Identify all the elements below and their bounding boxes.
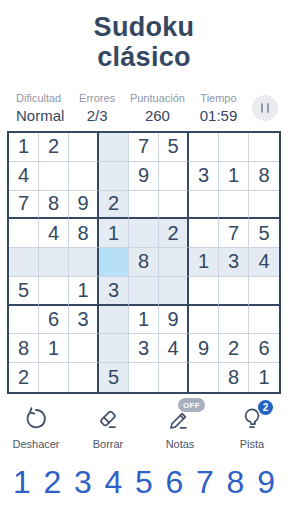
stat-score-value: 260	[145, 107, 170, 124]
cell-r7c9[interactable]	[249, 306, 279, 335]
cell-r6c2[interactable]	[39, 277, 69, 306]
numpad-7[interactable]: 7	[196, 465, 214, 499]
stat-difficulty-value: Normal	[16, 107, 64, 124]
cell-r9c9[interactable]: 1	[249, 363, 279, 392]
cell-r2c8[interactable]: 1	[219, 162, 249, 191]
cell-r1c1[interactable]: 1	[9, 133, 39, 162]
cell-r5c8[interactable]: 3	[219, 248, 249, 277]
cell-r6c6[interactable]	[159, 277, 189, 306]
stat-difficulty: Dificultad Normal	[16, 92, 64, 124]
cell-r3c3[interactable]: 9	[69, 191, 99, 220]
cell-r4c7[interactable]	[189, 219, 219, 248]
title-line-2: clásico	[0, 42, 288, 72]
cell-r8c1[interactable]: 8	[9, 334, 39, 363]
cell-r5c5[interactable]: 8	[129, 248, 159, 277]
cell-r4c3[interactable]: 8	[69, 219, 99, 248]
cell-r4c5[interactable]	[129, 219, 159, 248]
numpad-9[interactable]: 9	[257, 465, 275, 499]
stat-time-value: 01:59	[200, 107, 238, 124]
cell-r4c1[interactable]	[9, 219, 39, 248]
cell-r7c3[interactable]: 3	[69, 306, 99, 335]
cell-r2c6[interactable]	[159, 162, 189, 191]
notes-button[interactable]: OFF Notas	[144, 406, 216, 450]
stat-errors-label: Errores	[79, 92, 115, 104]
stat-errors-value: 2/3	[87, 107, 108, 124]
page-title: Sudoku clásico	[0, 0, 288, 72]
cell-r6c4[interactable]: 3	[99, 277, 129, 306]
cell-r3c9[interactable]	[249, 191, 279, 220]
cell-r8c7[interactable]: 9	[189, 334, 219, 363]
stat-score: Puntuación 260	[130, 92, 185, 124]
cell-r7c6[interactable]: 9	[159, 306, 189, 335]
cell-r7c2[interactable]: 6	[39, 306, 69, 335]
cell-r4c9[interactable]: 5	[249, 219, 279, 248]
cell-r5c4[interactable]	[99, 248, 129, 277]
cell-r9c7[interactable]	[189, 363, 219, 392]
pause-icon	[261, 103, 264, 113]
hint-count-badge: 2	[258, 400, 273, 415]
cell-r5c9[interactable]: 4	[249, 248, 279, 277]
title-line-1: Sudoku	[0, 12, 288, 42]
cell-r1c5[interactable]: 7	[129, 133, 159, 162]
cell-r1c6[interactable]: 5	[159, 133, 189, 162]
hint-button[interactable]: 2 Pista	[216, 406, 288, 450]
cell-r8c4[interactable]	[99, 334, 129, 363]
cell-r3c1[interactable]: 7	[9, 191, 39, 220]
cell-r1c7[interactable]	[189, 133, 219, 162]
numpad-8[interactable]: 8	[227, 465, 245, 499]
cell-r6c7[interactable]	[189, 277, 219, 306]
cell-r1c9[interactable]	[249, 133, 279, 162]
stat-errors: Errores 2/3	[79, 92, 115, 124]
cell-r3c6[interactable]	[159, 191, 189, 220]
cell-r2c1[interactable]: 4	[9, 162, 39, 191]
notes-off-badge: OFF	[178, 398, 205, 412]
cell-r8c8[interactable]: 2	[219, 334, 249, 363]
pause-icon	[267, 103, 270, 113]
numpad-1[interactable]: 1	[13, 465, 31, 499]
numpad-6[interactable]: 6	[166, 465, 184, 499]
cell-r5c7[interactable]: 1	[189, 248, 219, 277]
numpad-5[interactable]: 5	[135, 465, 153, 499]
cell-r3c5[interactable]	[129, 191, 159, 220]
cell-r2c9[interactable]: 8	[249, 162, 279, 191]
cell-r4c4[interactable]: 1	[99, 219, 129, 248]
notes-label: Notas	[166, 438, 195, 450]
cell-r9c3[interactable]	[69, 363, 99, 392]
cell-r6c5[interactable]	[129, 277, 159, 306]
cell-r2c3[interactable]	[69, 162, 99, 191]
stats-bar: Dificultad Normal Errores 2/3 Puntuación…	[0, 92, 288, 124]
stat-time: Tiempo 01:59	[200, 92, 238, 124]
cell-r5c6[interactable]	[159, 248, 189, 277]
cell-r8c2[interactable]: 1	[39, 334, 69, 363]
bulb-icon: 2	[239, 406, 265, 432]
eraser-icon	[95, 406, 121, 432]
cell-r7c5[interactable]: 1	[129, 306, 159, 335]
pause-button[interactable]	[252, 95, 278, 121]
numpad-4[interactable]: 4	[105, 465, 123, 499]
cell-r2c7[interactable]: 3	[189, 162, 219, 191]
pencil-icon: OFF	[167, 406, 193, 432]
cell-r9c6[interactable]	[159, 363, 189, 392]
cell-r4c2[interactable]: 4	[39, 219, 69, 248]
cell-r8c3[interactable]	[69, 334, 99, 363]
cell-r7c8[interactable]	[219, 306, 249, 335]
cell-r2c4[interactable]	[99, 162, 129, 191]
stat-time-label: Tiempo	[200, 92, 236, 104]
cell-r3c8[interactable]	[219, 191, 249, 220]
cell-r3c2[interactable]: 8	[39, 191, 69, 220]
cell-r1c4[interactable]	[99, 133, 129, 162]
cell-r5c1[interactable]	[9, 248, 39, 277]
cell-r6c1[interactable]: 5	[9, 277, 39, 306]
cell-r2c2[interactable]	[39, 162, 69, 191]
cell-r4c8[interactable]: 7	[219, 219, 249, 248]
stat-score-label: Puntuación	[130, 92, 185, 104]
cell-r4c6[interactable]: 2	[159, 219, 189, 248]
cell-r9c8[interactable]: 8	[219, 363, 249, 392]
cell-r6c3[interactable]: 1	[69, 277, 99, 306]
numpad-2[interactable]: 2	[44, 465, 62, 499]
cell-r5c3[interactable]	[69, 248, 99, 277]
cell-r8c6[interactable]: 4	[159, 334, 189, 363]
sudoku-board: 1275493187892481275813451363198134926258…	[7, 131, 281, 394]
cell-r1c3[interactable]	[69, 133, 99, 162]
cell-r2c5[interactable]: 9	[129, 162, 159, 191]
undo-label: Deshacer	[12, 438, 59, 450]
undo-button[interactable]: Deshacer	[0, 406, 72, 450]
erase-button[interactable]: Borrar	[72, 406, 144, 450]
cell-r9c5[interactable]	[129, 363, 159, 392]
cell-r9c1[interactable]: 2	[9, 363, 39, 392]
number-pad: 123456789	[0, 465, 288, 499]
cell-r3c7[interactable]	[189, 191, 219, 220]
cell-r8c9[interactable]: 6	[249, 334, 279, 363]
cell-r9c4[interactable]: 5	[99, 363, 129, 392]
cell-r1c2[interactable]: 2	[39, 133, 69, 162]
erase-label: Borrar	[93, 438, 124, 450]
cell-r5c2[interactable]	[39, 248, 69, 277]
hint-label: Pista	[240, 438, 264, 450]
undo-icon	[23, 406, 49, 432]
cell-r6c8[interactable]	[219, 277, 249, 306]
stat-difficulty-label: Dificultad	[16, 92, 64, 104]
cell-r7c4[interactable]	[99, 306, 129, 335]
cell-r7c7[interactable]	[189, 306, 219, 335]
cell-r7c1[interactable]	[9, 306, 39, 335]
cell-r3c4[interactable]: 2	[99, 191, 129, 220]
numpad-3[interactable]: 3	[74, 465, 92, 499]
cell-r1c8[interactable]	[219, 133, 249, 162]
cell-r9c2[interactable]	[39, 363, 69, 392]
cell-r6c9[interactable]	[249, 277, 279, 306]
cell-r8c5[interactable]: 3	[129, 334, 159, 363]
toolbar: Deshacer Borrar OFF Notas 2	[0, 406, 288, 450]
